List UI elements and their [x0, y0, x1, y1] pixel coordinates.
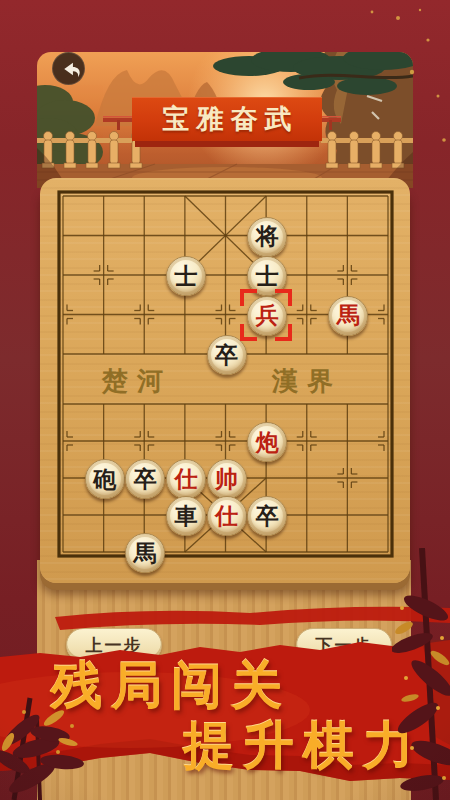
piece-black-chariot[interactable]: 車 [166, 496, 206, 536]
piece-red-horse[interactable]: 馬 [328, 296, 368, 336]
river-label-chuhe: 楚河 [92, 364, 182, 399]
level-title: 宝雅奋武 [156, 101, 299, 137]
bottom-wood-panel [37, 560, 411, 800]
piece-black-general[interactable]: 将 [247, 217, 287, 257]
next-step-label: 下一步 [316, 634, 373, 657]
piece-black-soldier[interactable]: 卒 [125, 459, 165, 499]
piece-black-soldier[interactable]: 卒 [247, 496, 287, 536]
piece-red-advisor[interactable]: 仕 [207, 496, 247, 536]
game-screen: 宝雅奋武 上一步 下一步 楚河 漢界 将士士兵馬卒炮砲卒仕帅車仕卒馬 残局闯关 … [0, 0, 450, 800]
piece-black-soldier[interactable]: 卒 [207, 335, 247, 375]
xiangqi-board[interactable]: 楚河 漢界 将士士兵馬卒炮砲卒仕帅車仕卒馬 [40, 178, 410, 583]
prev-step-button[interactable]: 上一步 [66, 628, 162, 662]
piece-red-general[interactable]: 帅 [207, 459, 247, 499]
piece-red-cannon[interactable]: 炮 [247, 422, 287, 462]
back-button[interactable] [52, 52, 85, 85]
piece-red-soldier[interactable]: 兵 [247, 296, 287, 336]
back-arrow-icon [58, 58, 80, 80]
prev-step-label: 上一步 [86, 634, 143, 657]
piece-black-advisor[interactable]: 士 [166, 256, 206, 296]
next-step-button[interactable]: 下一步 [296, 628, 392, 662]
river-label-hanjie: 漢界 [262, 364, 352, 399]
level-title-banner: 宝雅奋武 [132, 97, 322, 141]
piece-black-cannon[interactable]: 砲 [85, 459, 125, 499]
piece-red-advisor[interactable]: 仕 [166, 459, 206, 499]
piece-black-horse[interactable]: 馬 [125, 533, 165, 573]
piece-black-advisor[interactable]: 士 [247, 256, 287, 296]
